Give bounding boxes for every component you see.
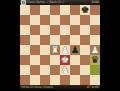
- square-d1[interactable]: [50, 75, 60, 85]
- square-d5[interactable]: [50, 35, 60, 45]
- square-a1[interactable]: [20, 75, 30, 85]
- square-d2[interactable]: [50, 65, 60, 75]
- piece-white-king[interactable]: ♚: [60, 55, 70, 65]
- white-clock: 0:05: [92, 85, 99, 89]
- square-g4[interactable]: [80, 45, 90, 55]
- square-d8[interactable]: [50, 5, 60, 15]
- square-g6[interactable]: [80, 25, 90, 35]
- square-f6[interactable]: [70, 25, 80, 35]
- square-h3[interactable]: ♛: [90, 55, 100, 65]
- square-f7[interactable]: [70, 15, 80, 25]
- square-c5[interactable]: [40, 35, 50, 45]
- square-e2[interactable]: ♞: [60, 65, 70, 75]
- square-h6[interactable]: [90, 25, 100, 35]
- square-a6[interactable]: [20, 25, 30, 35]
- square-g1[interactable]: [80, 75, 90, 85]
- square-f1[interactable]: [70, 75, 80, 85]
- phone-screen: Chess Game — Black (2...) 0:00 ♚♜♟♟♟♚♛♞ …: [0, 0, 120, 90]
- square-b2[interactable]: [30, 65, 40, 75]
- square-f3[interactable]: [70, 55, 80, 65]
- square-d6[interactable]: [50, 25, 60, 35]
- square-a5[interactable]: [20, 35, 30, 45]
- square-c7[interactable]: [40, 15, 50, 25]
- piece-white-pawn[interactable]: ♟: [60, 45, 70, 55]
- square-e3[interactable]: ♚: [60, 55, 70, 65]
- square-b8[interactable]: [30, 5, 40, 15]
- square-a7[interactable]: [20, 15, 30, 25]
- square-h4[interactable]: ♟: [90, 45, 100, 55]
- square-a3[interactable]: [20, 55, 30, 65]
- square-f8[interactable]: [70, 5, 80, 15]
- square-b4[interactable]: [30, 45, 40, 55]
- square-h5[interactable]: [90, 35, 100, 45]
- square-b7[interactable]: [30, 15, 40, 25]
- square-b5[interactable]: [30, 35, 40, 45]
- piece-white-rook[interactable]: ♜: [50, 45, 60, 55]
- piece-black-queen[interactable]: ♛: [90, 55, 100, 65]
- square-c2[interactable]: [40, 65, 50, 75]
- square-h8[interactable]: [90, 5, 100, 15]
- square-c8[interactable]: [40, 5, 50, 15]
- piece-black-king[interactable]: ♚: [80, 5, 90, 15]
- square-g5[interactable]: [80, 35, 90, 45]
- square-e7[interactable]: [60, 15, 70, 25]
- piece-white-knight[interactable]: ♞: [60, 65, 70, 75]
- square-e5[interactable]: [60, 35, 70, 45]
- square-g8[interactable]: ♚: [80, 5, 90, 15]
- square-c4[interactable]: [40, 45, 50, 55]
- square-e8[interactable]: [60, 5, 70, 15]
- square-a4[interactable]: [20, 45, 30, 55]
- piece-black-pawn[interactable]: ♟: [70, 45, 80, 55]
- move-number: 47: [87, 85, 91, 89]
- square-f4[interactable]: ♟: [70, 45, 80, 55]
- chess-board[interactable]: ♚♜♟♟♟♚♛♞: [20, 5, 100, 85]
- square-a8[interactable]: [20, 5, 30, 15]
- status-text: White to move (check): [21, 85, 53, 89]
- square-e6[interactable]: [60, 25, 70, 35]
- square-e1[interactable]: [60, 75, 70, 85]
- square-h2[interactable]: [90, 65, 100, 75]
- square-d4[interactable]: ♜: [50, 45, 60, 55]
- square-f5[interactable]: [70, 35, 80, 45]
- square-b1[interactable]: [30, 75, 40, 85]
- square-c1[interactable]: [40, 75, 50, 85]
- square-d7[interactable]: [50, 15, 60, 25]
- app-window: Chess Game — Black (2...) 0:00 ♚♜♟♟♟♚♛♞ …: [20, 0, 100, 90]
- piece-white-pawn[interactable]: ♟: [90, 45, 100, 55]
- square-c6[interactable]: [40, 25, 50, 35]
- square-f2[interactable]: [70, 65, 80, 75]
- square-e4[interactable]: ♟: [60, 45, 70, 55]
- square-c3[interactable]: [40, 55, 50, 65]
- square-b6[interactable]: [30, 25, 40, 35]
- square-g2[interactable]: [80, 65, 90, 75]
- square-g7[interactable]: [80, 15, 90, 25]
- bottom-status-bar: White to move (check) 47 0:05: [20, 85, 100, 91]
- square-a2[interactable]: [20, 65, 30, 75]
- square-g3[interactable]: [80, 55, 90, 65]
- square-h7[interactable]: [90, 15, 100, 25]
- square-h1[interactable]: [90, 75, 100, 85]
- square-d3[interactable]: [50, 55, 60, 65]
- square-b3[interactable]: [30, 55, 40, 65]
